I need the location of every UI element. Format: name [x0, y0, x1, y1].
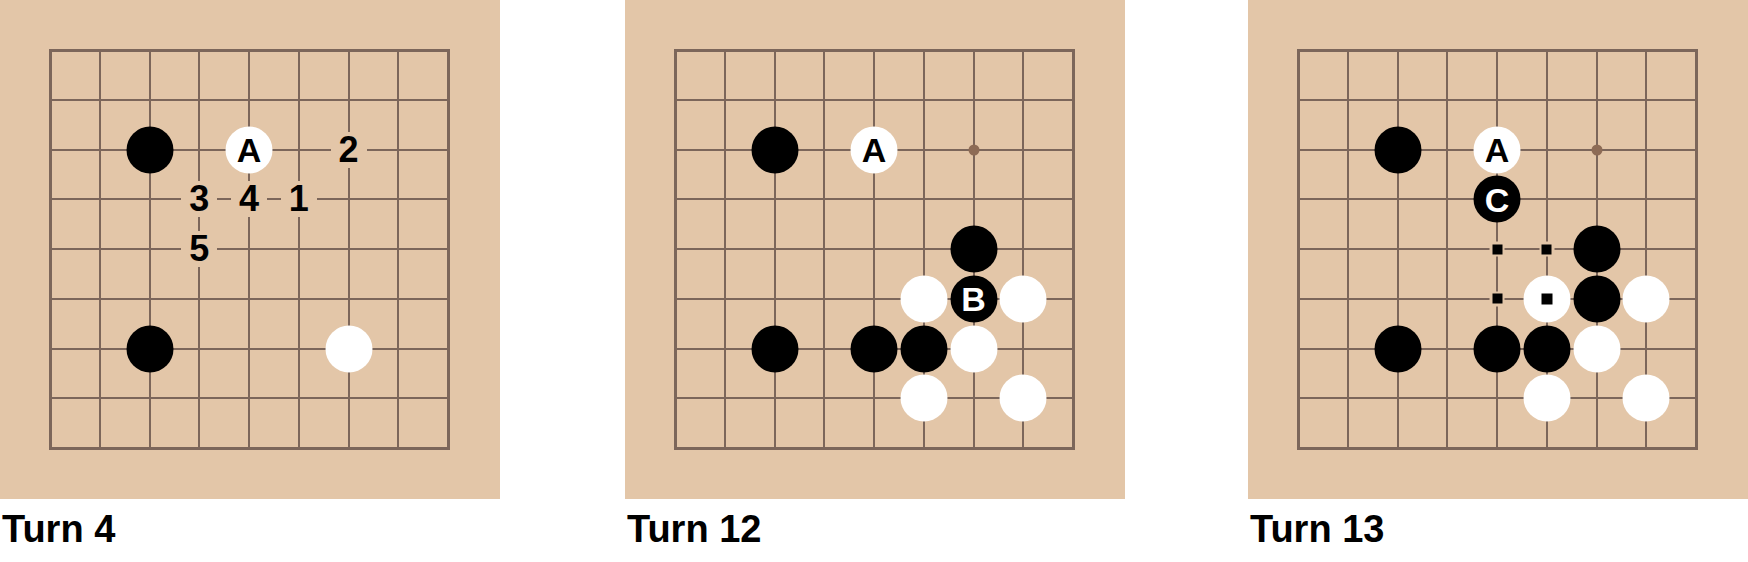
square-marker: [1539, 242, 1554, 257]
move-number: 3: [181, 181, 217, 217]
grid-line-vertical: [348, 50, 350, 448]
goban-grid[interactable]: AB: [675, 50, 1073, 448]
stone-white: [1000, 275, 1047, 322]
goban-background: AB: [625, 0, 1125, 499]
grid-line-horizontal: [675, 248, 1073, 250]
grid-line-horizontal: [50, 348, 448, 350]
board-panel-turn-4: 12345A Turn 4: [0, 0, 500, 562]
stone-white: [1573, 325, 1620, 372]
hoshi-point: [968, 144, 979, 155]
stone-white-label-a: A: [226, 126, 273, 173]
move-number: 1: [281, 181, 317, 217]
stone-white-label-a: A: [1474, 126, 1521, 173]
stone-black: [751, 325, 798, 372]
stone-white: [950, 325, 997, 372]
square-marker-on-stone: [1541, 293, 1552, 304]
square-marker: [1490, 242, 1505, 257]
board-panel-turn-13: AC Turn 13: [1248, 0, 1748, 562]
square-marker-glyph: [1542, 244, 1552, 254]
grid-line-vertical: [298, 50, 300, 448]
board-caption: Turn 13: [1250, 510, 1384, 548]
goban-background: AC: [1248, 0, 1748, 499]
stone-black: [126, 126, 173, 173]
board-caption: Turn 12: [627, 510, 761, 548]
stone-white: [900, 375, 947, 422]
grid-line-horizontal: [50, 248, 448, 250]
move-number: 5: [181, 231, 217, 267]
stone-white: [325, 325, 372, 372]
hoshi-point: [1591, 144, 1602, 155]
stone-black: [751, 126, 798, 173]
stone-black: [1374, 126, 1421, 173]
goban-grid[interactable]: AC: [1298, 50, 1696, 448]
stone-black: [900, 325, 947, 372]
goban-grid[interactable]: 12345A: [50, 50, 448, 448]
stone-white: [1000, 375, 1047, 422]
stone-white: [1623, 375, 1670, 422]
stone-white-label-a: A: [851, 126, 898, 173]
grid-line-horizontal: [50, 298, 448, 300]
stone-black: [1474, 325, 1521, 372]
stone-black-label-c: C: [1474, 176, 1521, 223]
grid-line-vertical: [397, 50, 399, 448]
stone-black: [1573, 275, 1620, 322]
stone-black: [1374, 325, 1421, 372]
stone-black: [1523, 325, 1570, 372]
stone-white: [1523, 275, 1570, 322]
square-marker: [1490, 291, 1505, 306]
grid-line-horizontal: [50, 397, 448, 399]
stone-black-label-b: B: [950, 275, 997, 322]
stone-white: [1523, 375, 1570, 422]
stone-black: [126, 325, 173, 372]
stone-white: [900, 275, 947, 322]
stone-black: [950, 226, 997, 273]
stone-black: [851, 325, 898, 372]
board-caption: Turn 4: [2, 510, 115, 548]
move-number: 4: [231, 181, 267, 217]
square-marker-glyph: [1492, 294, 1502, 304]
goban-background: 12345A: [0, 0, 500, 499]
stone-black: [1573, 226, 1620, 273]
board-panel-turn-12: AB Turn 12: [625, 0, 1125, 562]
move-number: 2: [331, 132, 367, 168]
square-marker-glyph: [1492, 244, 1502, 254]
stone-white: [1623, 275, 1670, 322]
